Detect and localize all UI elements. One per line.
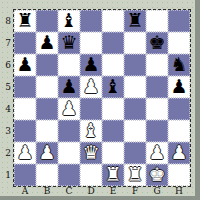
piece-black-pawn: ♟: [170, 76, 187, 97]
square-a7[interactable]: [14, 32, 36, 54]
square-g3[interactable]: [146, 120, 168, 142]
square-d3[interactable]: ♝: [80, 120, 102, 142]
square-d2[interactable]: ♛: [80, 142, 102, 164]
rank-label-6: 6: [0, 54, 13, 76]
piece-white-pawn: ♟: [148, 142, 165, 163]
square-a1[interactable]: [14, 164, 36, 186]
square-a3[interactable]: [14, 120, 36, 142]
piece-black-knight: ♞: [170, 54, 187, 75]
square-a2[interactable]: ♟: [14, 142, 36, 164]
right-edge-shadow: [195, 0, 200, 200]
rank-label-7: 7: [0, 32, 13, 54]
square-e7[interactable]: [102, 32, 124, 54]
rank-labels: 87654321: [0, 10, 13, 186]
piece-black-pawn: ♟: [82, 54, 99, 75]
square-g4[interactable]: [146, 98, 168, 120]
piece-white-pawn: ♟: [170, 142, 187, 163]
piece-white-rook: ♜: [126, 164, 143, 185]
square-f7[interactable]: [124, 32, 146, 54]
square-c3[interactable]: [58, 120, 80, 142]
square-c8[interactable]: ♝: [58, 10, 80, 32]
piece-black-bishop: ♝: [104, 76, 121, 97]
square-d7[interactable]: [80, 32, 102, 54]
rank-label-1: 1: [0, 164, 13, 186]
square-f6[interactable]: [124, 54, 146, 76]
square-b1[interactable]: [36, 164, 58, 186]
square-a8[interactable]: ♜: [14, 10, 36, 32]
rank-label-3: 3: [0, 120, 13, 142]
square-c2[interactable]: [58, 142, 80, 164]
file-label-a: A: [14, 186, 36, 196]
square-e4[interactable]: [102, 98, 124, 120]
piece-black-rook: ♜: [126, 10, 143, 31]
square-h1[interactable]: [168, 164, 190, 186]
file-label-g: G: [146, 186, 168, 196]
rank-label-2: 2: [0, 142, 13, 164]
rank-label-8: 8: [0, 10, 13, 32]
square-h2[interactable]: ♟: [168, 142, 190, 164]
square-d8[interactable]: [80, 10, 102, 32]
piece-white-king: ♚: [148, 164, 165, 185]
piece-white-queen: ♛: [82, 142, 99, 163]
piece-white-pawn: ♟: [60, 98, 77, 119]
square-b6[interactable]: [36, 54, 58, 76]
square-c4[interactable]: ♟: [58, 98, 80, 120]
square-d4[interactable]: [80, 98, 102, 120]
square-c5[interactable]: ♟: [58, 76, 80, 98]
square-e5[interactable]: ♝: [102, 76, 124, 98]
square-c1[interactable]: [58, 164, 80, 186]
piece-white-pawn: ♟: [82, 76, 99, 97]
square-g6[interactable]: [146, 54, 168, 76]
square-h7[interactable]: [168, 32, 190, 54]
square-h4[interactable]: [168, 98, 190, 120]
square-e3[interactable]: [102, 120, 124, 142]
square-f1[interactable]: ♜: [124, 164, 146, 186]
square-d1[interactable]: [80, 164, 102, 186]
bottom-edge-shadow: [0, 196, 200, 200]
square-f2[interactable]: [124, 142, 146, 164]
square-h5[interactable]: ♟: [168, 76, 190, 98]
square-e6[interactable]: [102, 54, 124, 76]
square-e1[interactable]: ♜: [102, 164, 124, 186]
square-e8[interactable]: [102, 10, 124, 32]
chess-board-window: 87654321 ♜♝♜♟♛♚♟♟♞♟♟♝♟♟♝♟♟♛♟♟♜♜♚ ABCDEFG…: [0, 0, 200, 200]
square-h8[interactable]: [168, 10, 190, 32]
square-b2[interactable]: ♟: [36, 142, 58, 164]
square-e2[interactable]: [102, 142, 124, 164]
rank-label-5: 5: [0, 76, 13, 98]
piece-black-queen: ♛: [60, 32, 77, 53]
file-label-b: B: [36, 186, 58, 196]
square-g8[interactable]: [146, 10, 168, 32]
square-b7[interactable]: ♟: [36, 32, 58, 54]
square-b8[interactable]: [36, 10, 58, 32]
file-label-d: D: [80, 186, 102, 196]
square-d5[interactable]: ♟: [80, 76, 102, 98]
square-g1[interactable]: ♚: [146, 164, 168, 186]
square-a6[interactable]: ♟: [14, 54, 36, 76]
file-labels: ABCDEFGH: [14, 186, 190, 196]
square-d6[interactable]: ♟: [80, 54, 102, 76]
piece-white-pawn: ♟: [38, 142, 55, 163]
square-h3[interactable]: [168, 120, 190, 142]
piece-black-pawn: ♟: [16, 54, 33, 75]
file-label-h: H: [168, 186, 190, 196]
piece-black-king: ♚: [148, 32, 165, 53]
piece-white-rook: ♜: [104, 164, 121, 185]
square-f8[interactable]: ♜: [124, 10, 146, 32]
square-b5[interactable]: [36, 76, 58, 98]
square-a4[interactable]: [14, 98, 36, 120]
piece-white-pawn: ♟: [16, 142, 33, 163]
piece-white-bishop: ♝: [82, 120, 99, 141]
square-h6[interactable]: ♞: [168, 54, 190, 76]
square-f4[interactable]: [124, 98, 146, 120]
file-label-c: C: [58, 186, 80, 196]
square-b3[interactable]: [36, 120, 58, 142]
square-a5[interactable]: [14, 76, 36, 98]
square-b4[interactable]: [36, 98, 58, 120]
file-label-e: E: [102, 186, 124, 196]
square-f5[interactable]: [124, 76, 146, 98]
rank-label-4: 4: [0, 98, 13, 120]
square-g5[interactable]: [146, 76, 168, 98]
file-label-f: F: [124, 186, 146, 196]
square-g7[interactable]: ♚: [146, 32, 168, 54]
piece-black-rook: ♜: [16, 10, 33, 31]
piece-black-pawn: ♟: [38, 32, 55, 53]
board: ♜♝♜♟♛♚♟♟♞♟♟♝♟♟♝♟♟♛♟♟♜♜♚: [13, 9, 191, 187]
square-g2[interactable]: ♟: [146, 142, 168, 164]
piece-black-bishop: ♝: [60, 10, 77, 31]
piece-black-pawn: ♟: [60, 76, 77, 97]
square-f3[interactable]: [124, 120, 146, 142]
square-c6[interactable]: [58, 54, 80, 76]
square-c7[interactable]: ♛: [58, 32, 80, 54]
